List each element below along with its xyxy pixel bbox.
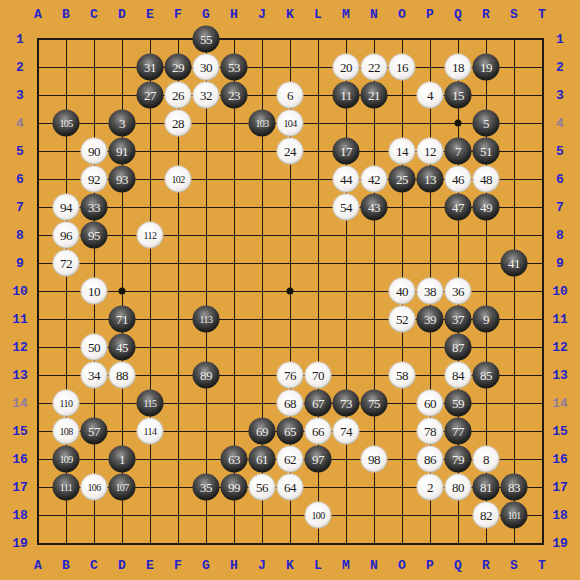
row-label-left-18: 18 (12, 509, 28, 522)
move-number: 30 (200, 61, 212, 74)
move-number: 31 (144, 61, 156, 74)
move-number: 29 (172, 61, 184, 74)
col-label-bottom-G: G (202, 559, 210, 572)
stone-white-p16[interactable]: 86 (417, 446, 444, 473)
row-label-right-8: 8 (556, 229, 564, 242)
stone-black-q15[interactable]: 77 (445, 418, 472, 445)
row-label-left-1: 1 (16, 33, 24, 46)
stone-white-c13[interactable]: 34 (81, 362, 108, 389)
stone-white-l13[interactable]: 70 (305, 362, 332, 389)
stone-black-b17[interactable]: 111 (53, 474, 80, 501)
move-number: 41 (508, 257, 520, 270)
row-label-left-11: 11 (12, 313, 28, 326)
move-number: 33 (88, 201, 100, 214)
stone-black-d17[interactable]: 107 (109, 474, 136, 501)
stone-black-d12[interactable]: 45 (109, 334, 136, 361)
col-label-bottom-D: D (118, 559, 126, 572)
stone-black-s17[interactable]: 83 (501, 474, 528, 501)
move-number: 100 (311, 510, 324, 520)
col-label-top-G: G (202, 8, 210, 21)
move-number: 42 (368, 173, 380, 186)
stone-white-b9[interactable]: 72 (53, 250, 80, 277)
col-label-bottom-F: F (174, 559, 182, 572)
star-point-q4 (455, 120, 462, 127)
stone-white-c17[interactable]: 106 (81, 474, 108, 501)
stone-black-h16[interactable]: 63 (221, 446, 248, 473)
grid-line-vertical (514, 39, 515, 543)
move-number: 115 (144, 398, 157, 408)
stone-white-e15[interactable]: 114 (137, 418, 164, 445)
stone-white-b15[interactable]: 108 (53, 418, 80, 445)
col-label-top-L: L (314, 8, 322, 21)
stone-white-k4[interactable]: 104 (277, 110, 304, 137)
row-label-right-9: 9 (556, 257, 564, 270)
stone-black-m14[interactable]: 73 (333, 390, 360, 417)
col-label-bottom-T: T (538, 559, 546, 572)
move-number: 25 (396, 173, 408, 186)
move-number: 70 (312, 369, 324, 382)
stone-white-o10[interactable]: 40 (389, 278, 416, 305)
move-number: 75 (368, 397, 380, 410)
stone-white-p17[interactable]: 2 (417, 474, 444, 501)
move-number: 13 (424, 173, 436, 186)
row-label-right-2: 2 (556, 61, 564, 74)
move-number: 113 (200, 314, 213, 324)
stone-black-o6[interactable]: 25 (389, 166, 416, 193)
move-number: 12 (424, 145, 436, 158)
stone-black-g1[interactable]: 55 (193, 26, 220, 53)
star-point-k10 (287, 288, 294, 295)
stone-white-o2[interactable]: 16 (389, 54, 416, 81)
row-label-left-8: 8 (16, 229, 24, 242)
stone-white-p10[interactable]: 38 (417, 278, 444, 305)
stone-white-e8[interactable]: 112 (137, 222, 164, 249)
move-number: 103 (255, 118, 268, 128)
row-label-right-6: 6 (556, 173, 564, 186)
stone-white-j17[interactable]: 56 (249, 474, 276, 501)
row-label-left-7: 7 (16, 201, 24, 214)
move-number: 59 (452, 397, 464, 410)
stone-black-j15[interactable]: 69 (249, 418, 276, 445)
stone-white-f6[interactable]: 102 (165, 166, 192, 193)
stone-black-p6[interactable]: 13 (417, 166, 444, 193)
stone-black-p11[interactable]: 39 (417, 306, 444, 333)
stone-black-j4[interactable]: 103 (249, 110, 276, 137)
move-number: 66 (312, 425, 324, 438)
move-number: 97 (312, 453, 324, 466)
col-label-bottom-M: M (342, 559, 350, 572)
move-number: 36 (452, 285, 464, 298)
stone-white-l15[interactable]: 66 (305, 418, 332, 445)
move-number: 114 (144, 426, 157, 436)
col-label-bottom-P: P (426, 559, 434, 572)
stone-white-k13[interactable]: 76 (277, 362, 304, 389)
move-number: 99 (228, 481, 240, 494)
move-number: 60 (424, 397, 436, 410)
stone-white-k5[interactable]: 24 (277, 138, 304, 165)
stone-black-f2[interactable]: 29 (165, 54, 192, 81)
row-label-left-12: 12 (12, 341, 28, 354)
move-number: 8 (483, 453, 489, 466)
stone-black-d6[interactable]: 93 (109, 166, 136, 193)
move-number: 104 (283, 118, 296, 128)
move-number: 111 (60, 482, 72, 492)
stone-white-q10[interactable]: 36 (445, 278, 472, 305)
stone-black-r7[interactable]: 49 (473, 194, 500, 221)
col-label-top-N: N (370, 8, 378, 21)
col-label-bottom-Q: Q (454, 559, 462, 572)
stone-white-n16[interactable]: 98 (361, 446, 388, 473)
col-label-top-J: J (258, 8, 266, 21)
move-number: 2 (427, 481, 433, 494)
stone-white-m2[interactable]: 20 (333, 54, 360, 81)
stone-black-g13[interactable]: 89 (193, 362, 220, 389)
move-number: 92 (88, 173, 100, 186)
col-label-top-F: F (174, 8, 182, 21)
move-number: 93 (116, 173, 128, 186)
col-label-top-D: D (118, 8, 126, 21)
stone-white-k16[interactable]: 62 (277, 446, 304, 473)
move-number: 90 (88, 145, 100, 158)
move-number: 39 (424, 313, 436, 326)
stone-black-b16[interactable]: 109 (53, 446, 80, 473)
row-label-left-6: 6 (16, 173, 24, 186)
move-number: 89 (200, 369, 212, 382)
row-label-left-4: 4 (16, 117, 24, 130)
row-label-left-19: 19 (12, 537, 28, 550)
stone-black-s18[interactable]: 101 (501, 502, 528, 529)
stone-white-p3[interactable]: 4 (417, 82, 444, 109)
stone-white-n2[interactable]: 22 (361, 54, 388, 81)
move-number: 56 (256, 481, 268, 494)
row-label-right-18: 18 (552, 509, 568, 522)
move-number: 64 (284, 481, 296, 494)
col-label-top-E: E (146, 8, 154, 21)
stone-black-g17[interactable]: 35 (193, 474, 220, 501)
col-label-bottom-E: E (146, 559, 154, 572)
stone-black-s9[interactable]: 41 (501, 250, 528, 277)
stone-black-l16[interactable]: 97 (305, 446, 332, 473)
stone-black-r2[interactable]: 19 (473, 54, 500, 81)
stone-white-c12[interactable]: 50 (81, 334, 108, 361)
move-number: 35 (200, 481, 212, 494)
col-label-top-P: P (426, 8, 434, 21)
move-number: 45 (116, 341, 128, 354)
col-label-bottom-N: N (370, 559, 378, 572)
move-number: 5 (483, 117, 489, 130)
stone-black-k15[interactable]: 65 (277, 418, 304, 445)
stone-black-q5[interactable]: 7 (445, 138, 472, 165)
col-label-top-S: S (510, 8, 518, 21)
move-number: 11 (340, 89, 352, 102)
row-label-right-7: 7 (556, 201, 564, 214)
move-number: 84 (452, 369, 464, 382)
move-number: 51 (480, 145, 492, 158)
stone-white-p5[interactable]: 12 (417, 138, 444, 165)
row-label-left-14: 14 (12, 397, 28, 410)
stone-black-e2[interactable]: 31 (137, 54, 164, 81)
move-number: 26 (172, 89, 184, 102)
move-number: 6 (287, 89, 293, 102)
col-label-bottom-R: R (482, 559, 490, 572)
grid-line-horizontal (38, 515, 542, 516)
col-label-bottom-K: K (286, 559, 294, 572)
col-label-top-Q: Q (454, 8, 462, 21)
move-number: 91 (116, 145, 128, 158)
star-point-d10 (119, 288, 126, 295)
stone-white-f3[interactable]: 26 (165, 82, 192, 109)
stone-white-c5[interactable]: 90 (81, 138, 108, 165)
move-number: 83 (508, 481, 520, 494)
col-label-bottom-S: S (510, 559, 518, 572)
col-label-top-A: A (34, 8, 42, 21)
stone-white-r6[interactable]: 48 (473, 166, 500, 193)
move-number: 54 (340, 201, 352, 214)
move-number: 48 (480, 173, 492, 186)
stone-white-n6[interactable]: 42 (361, 166, 388, 193)
move-number: 40 (396, 285, 408, 298)
stone-black-q3[interactable]: 15 (445, 82, 472, 109)
move-number: 43 (368, 201, 380, 214)
stone-black-j16[interactable]: 61 (249, 446, 276, 473)
move-number: 34 (88, 369, 100, 382)
move-number: 14 (396, 145, 408, 158)
row-label-right-5: 5 (556, 145, 564, 158)
stone-black-d4[interactable]: 3 (109, 110, 136, 137)
stone-white-b8[interactable]: 96 (53, 222, 80, 249)
stone-white-m15[interactable]: 74 (333, 418, 360, 445)
move-number: 49 (480, 201, 492, 214)
stone-white-m6[interactable]: 44 (333, 166, 360, 193)
row-label-left-5: 5 (16, 145, 24, 158)
move-number: 108 (59, 426, 72, 436)
move-number: 3 (119, 117, 125, 130)
row-label-right-17: 17 (552, 481, 568, 494)
stone-white-g3[interactable]: 32 (193, 82, 220, 109)
move-number: 72 (60, 257, 72, 270)
row-label-right-10: 10 (552, 285, 568, 298)
move-number: 7 (455, 145, 461, 158)
stone-white-k3[interactable]: 6 (277, 82, 304, 109)
move-number: 109 (59, 454, 72, 464)
stone-white-r18[interactable]: 82 (473, 502, 500, 529)
row-label-left-17: 17 (12, 481, 28, 494)
move-number: 106 (87, 482, 100, 492)
move-number: 1 (119, 453, 125, 466)
move-number: 86 (424, 453, 436, 466)
row-label-right-11: 11 (552, 313, 568, 326)
row-label-right-1: 1 (556, 33, 564, 46)
col-label-bottom-O: O (398, 559, 406, 572)
stone-white-b14[interactable]: 110 (53, 390, 80, 417)
move-number: 96 (60, 229, 72, 242)
row-label-left-10: 10 (12, 285, 28, 298)
move-number: 23 (228, 89, 240, 102)
move-number: 28 (172, 117, 184, 130)
move-number: 105 (59, 118, 72, 128)
row-label-right-3: 3 (556, 89, 564, 102)
col-label-bottom-B: B (62, 559, 70, 572)
col-label-top-K: K (286, 8, 294, 21)
stone-black-n14[interactable]: 75 (361, 390, 388, 417)
move-number: 4 (427, 89, 433, 102)
stone-black-c8[interactable]: 95 (81, 222, 108, 249)
move-number: 107 (115, 482, 128, 492)
grid-line-vertical (346, 39, 347, 543)
stone-black-c7[interactable]: 33 (81, 194, 108, 221)
stone-white-d13[interactable]: 88 (109, 362, 136, 389)
stone-white-q13[interactable]: 84 (445, 362, 472, 389)
stone-black-c15[interactable]: 57 (81, 418, 108, 445)
move-number: 24 (284, 145, 296, 158)
col-label-bottom-J: J (258, 559, 266, 572)
move-number: 71 (116, 313, 128, 326)
move-number: 18 (452, 61, 464, 74)
move-number: 47 (452, 201, 464, 214)
col-label-bottom-C: C (90, 559, 98, 572)
stone-white-o13[interactable]: 58 (389, 362, 416, 389)
move-number: 88 (116, 369, 128, 382)
stone-white-m7[interactable]: 54 (333, 194, 360, 221)
stone-black-q14[interactable]: 59 (445, 390, 472, 417)
stone-black-r13[interactable]: 85 (473, 362, 500, 389)
move-number: 17 (340, 145, 352, 158)
move-number: 65 (284, 425, 296, 438)
move-number: 73 (340, 397, 352, 410)
stone-white-p14[interactable]: 60 (417, 390, 444, 417)
move-number: 32 (200, 89, 212, 102)
move-number: 112 (144, 230, 157, 240)
move-number: 69 (256, 425, 268, 438)
stone-black-q7[interactable]: 47 (445, 194, 472, 221)
move-number: 87 (452, 341, 464, 354)
move-number: 15 (452, 89, 464, 102)
move-number: 55 (200, 33, 212, 46)
move-number: 37 (452, 313, 464, 326)
stone-black-g11[interactable]: 113 (193, 306, 220, 333)
col-label-top-O: O (398, 8, 406, 21)
row-label-right-12: 12 (552, 341, 568, 354)
row-label-right-13: 13 (552, 369, 568, 382)
stone-white-p15[interactable]: 78 (417, 418, 444, 445)
move-number: 68 (284, 397, 296, 410)
move-number: 53 (228, 61, 240, 74)
move-number: 76 (284, 369, 296, 382)
stone-white-q2[interactable]: 18 (445, 54, 472, 81)
move-number: 82 (480, 509, 492, 522)
move-number: 94 (60, 201, 72, 214)
stone-black-h17[interactable]: 99 (221, 474, 248, 501)
col-label-top-H: H (230, 8, 238, 21)
stone-white-b7[interactable]: 94 (53, 194, 80, 221)
move-number: 79 (452, 453, 464, 466)
stone-white-o11[interactable]: 52 (389, 306, 416, 333)
stone-black-n7[interactable]: 43 (361, 194, 388, 221)
row-label-left-9: 9 (16, 257, 24, 270)
stone-black-r11[interactable]: 9 (473, 306, 500, 333)
stone-white-c6[interactable]: 92 (81, 166, 108, 193)
move-number: 81 (480, 481, 492, 494)
stone-black-q11[interactable]: 37 (445, 306, 472, 333)
row-label-right-19: 19 (552, 537, 568, 550)
stone-white-f4[interactable]: 28 (165, 110, 192, 137)
row-label-right-14: 14 (552, 397, 568, 410)
col-label-top-R: R (482, 8, 490, 21)
stone-black-h3[interactable]: 23 (221, 82, 248, 109)
stone-black-h2[interactable]: 53 (221, 54, 248, 81)
move-number: 77 (452, 425, 464, 438)
col-label-bottom-L: L (314, 559, 322, 572)
row-label-right-15: 15 (552, 425, 568, 438)
move-number: 52 (396, 313, 408, 326)
move-number: 50 (88, 341, 100, 354)
move-number: 57 (88, 425, 100, 438)
move-number: 102 (171, 174, 184, 184)
stone-white-l18[interactable]: 100 (305, 502, 332, 529)
col-label-top-B: B (62, 8, 70, 21)
stone-black-m5[interactable]: 17 (333, 138, 360, 165)
stone-white-c10[interactable]: 10 (81, 278, 108, 305)
row-label-left-15: 15 (12, 425, 28, 438)
stone-white-k17[interactable]: 64 (277, 474, 304, 501)
stone-black-d5[interactable]: 91 (109, 138, 136, 165)
move-number: 58 (396, 369, 408, 382)
col-label-top-T: T (538, 8, 546, 21)
stone-white-g2[interactable]: 30 (193, 54, 220, 81)
move-number: 46 (452, 173, 464, 186)
move-number: 61 (256, 453, 268, 466)
move-number: 9 (483, 313, 489, 326)
stone-black-q16[interactable]: 79 (445, 446, 472, 473)
move-number: 98 (368, 453, 380, 466)
stone-white-q6[interactable]: 46 (445, 166, 472, 193)
move-number: 10 (88, 285, 100, 298)
col-label-top-C: C (90, 8, 98, 21)
stone-white-o5[interactable]: 14 (389, 138, 416, 165)
row-label-right-4: 4 (556, 117, 564, 130)
move-number: 101 (507, 510, 520, 520)
stone-black-l14[interactable]: 67 (305, 390, 332, 417)
col-label-bottom-H: H (230, 559, 238, 572)
stone-black-d16[interactable]: 1 (109, 446, 136, 473)
move-number: 22 (368, 61, 380, 74)
stone-black-n3[interactable]: 21 (361, 82, 388, 109)
move-number: 63 (228, 453, 240, 466)
stone-black-e14[interactable]: 115 (137, 390, 164, 417)
stone-black-q12[interactable]: 87 (445, 334, 472, 361)
move-number: 27 (144, 89, 156, 102)
go-board[interactable]: AABBCCDDEEFFGGHHJJKKLLMMNNOOPPQQRRSSTT11… (0, 0, 580, 580)
row-label-left-2: 2 (16, 61, 24, 74)
stone-black-m3[interactable]: 11 (333, 82, 360, 109)
move-number: 85 (480, 369, 492, 382)
stone-black-e3[interactable]: 27 (137, 82, 164, 109)
stone-white-q17[interactable]: 80 (445, 474, 472, 501)
move-number: 80 (452, 481, 464, 494)
move-number: 16 (396, 61, 408, 74)
stone-black-b4[interactable]: 105 (53, 110, 80, 137)
move-number: 44 (340, 173, 352, 186)
move-number: 78 (424, 425, 436, 438)
row-label-left-16: 16 (12, 453, 28, 466)
stone-white-r16[interactable]: 8 (473, 446, 500, 473)
stone-white-k14[interactable]: 68 (277, 390, 304, 417)
col-label-top-M: M (342, 8, 350, 21)
stone-black-r5[interactable]: 51 (473, 138, 500, 165)
stone-black-r17[interactable]: 81 (473, 474, 500, 501)
stone-black-d11[interactable]: 71 (109, 306, 136, 333)
stone-black-r4[interactable]: 5 (473, 110, 500, 137)
